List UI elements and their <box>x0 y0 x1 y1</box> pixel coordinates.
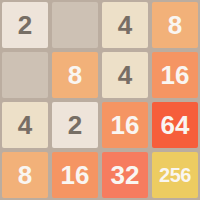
tile-4: 4 <box>102 2 148 48</box>
tile-256: 256 <box>152 152 198 198</box>
tile-4: 4 <box>2 102 48 148</box>
tile-8: 8 <box>152 2 198 48</box>
tile-4: 4 <box>102 52 148 98</box>
tile-16: 16 <box>52 152 98 198</box>
tile-2: 2 <box>52 102 98 148</box>
tile-2: 2 <box>2 2 48 48</box>
tile-64: 64 <box>152 102 198 148</box>
empty-cell <box>2 52 48 98</box>
tile-8: 8 <box>2 152 48 198</box>
empty-cell <box>52 2 98 48</box>
tile-8: 8 <box>52 52 98 98</box>
tile-32: 32 <box>102 152 148 198</box>
tile-16: 16 <box>102 102 148 148</box>
tile-16: 16 <box>152 52 198 98</box>
game-board-2048[interactable]: 248841642166481632256 <box>0 0 200 200</box>
